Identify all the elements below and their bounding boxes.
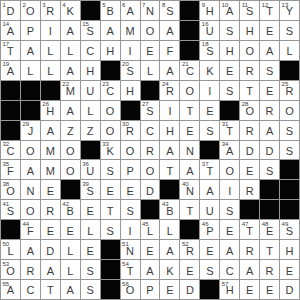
grid-cell-r1c8[interactable]: 7N bbox=[141, 1, 160, 20]
grid-cell-r15c15[interactable]: D bbox=[280, 280, 299, 299]
clue-number: 49 bbox=[282, 221, 289, 227]
grid-cell-r3c5[interactable]: C bbox=[81, 41, 100, 60]
cell-letter: E bbox=[206, 106, 213, 120]
cell-letter: A bbox=[47, 266, 54, 280]
cell-letter: U bbox=[86, 166, 94, 180]
cell-letter: L bbox=[47, 46, 53, 60]
grid-cell-r9c10[interactable]: A bbox=[180, 160, 199, 179]
cell-letter: H bbox=[126, 86, 134, 100]
grid-cell-r5c5[interactable]: U bbox=[81, 81, 100, 100]
grid-cell-r15c10[interactable]: D bbox=[180, 280, 199, 299]
grid-cell-r12c7[interactable]: I bbox=[121, 220, 140, 239]
grid-cell-r14c8[interactable]: A bbox=[141, 260, 160, 279]
cell-letter: I bbox=[129, 226, 132, 240]
cell-letter: L bbox=[87, 106, 93, 120]
grid-cell-r13c14[interactable]: T bbox=[260, 240, 279, 259]
grid-cell-r8c13[interactable]: D bbox=[240, 141, 259, 160]
cell-letter: C bbox=[6, 146, 14, 160]
grid-cell-r2c13[interactable]: H bbox=[240, 21, 259, 40]
cell-letter: C bbox=[26, 285, 34, 299]
grid-cell-r3c11[interactable]: 18S bbox=[200, 41, 219, 60]
grid-cell-r12c3[interactable]: E bbox=[41, 220, 60, 239]
grid-cell-r4c2[interactable]: L bbox=[21, 61, 40, 80]
grid-cell-r7c7[interactable]: 30R bbox=[121, 121, 140, 140]
black-cell bbox=[121, 101, 140, 120]
clue-number: 50 bbox=[3, 241, 10, 247]
cell-letter: E bbox=[87, 246, 94, 260]
cell-letter: L bbox=[67, 46, 73, 60]
grid-cell-r6c15[interactable]: O bbox=[280, 101, 299, 120]
grid-cell-r5c6[interactable]: 23C bbox=[101, 81, 120, 100]
grid-cell-r12c6[interactable]: S bbox=[101, 220, 120, 239]
grid-cell-r12c4[interactable]: E bbox=[61, 220, 80, 239]
grid-cell-r7c8[interactable]: C bbox=[141, 121, 160, 140]
grid-cell-r10c1[interactable]: 38O bbox=[1, 180, 20, 199]
grid-cell-r3c9[interactable]: F bbox=[160, 41, 179, 60]
grid-cell-r9c9[interactable]: T bbox=[160, 160, 179, 179]
grid-cell-r3c4[interactable]: L bbox=[61, 41, 80, 60]
grid-cell-r2c1[interactable]: 14A bbox=[1, 21, 20, 40]
grid-cell-r6c5[interactable]: L bbox=[81, 101, 100, 120]
grid-cell-r2c11[interactable]: 16U bbox=[200, 21, 219, 40]
grid-cell-r14c5[interactable]: S bbox=[81, 260, 100, 279]
cell-letter: S bbox=[166, 6, 173, 20]
clue-number: 15 bbox=[82, 21, 89, 27]
cell-letter: D bbox=[186, 285, 194, 299]
grid-cell-r14c7[interactable]: 54T bbox=[121, 260, 140, 279]
grid-cell-r8c10[interactable]: N bbox=[180, 141, 199, 160]
grid-cell-r14c15[interactable]: E bbox=[280, 260, 299, 279]
grid-cell-r9c11[interactable]: 37T bbox=[200, 160, 219, 179]
crossword-grid: 1D2O3R4K5B6A7N8S9H10A11S12T13Y14APIA15SA… bbox=[0, 0, 300, 300]
grid-cell-r9c7[interactable]: P bbox=[121, 160, 140, 179]
grid-cell-r1c11[interactable]: 9H bbox=[200, 1, 219, 20]
cell-letter: T bbox=[47, 285, 54, 299]
grid-cell-r9c3[interactable]: M bbox=[41, 160, 60, 179]
clue-number: 56 bbox=[122, 281, 129, 287]
grid-cell-r13c12[interactable]: A bbox=[220, 240, 239, 259]
grid-cell-r3c12[interactable]: H bbox=[220, 41, 239, 60]
grid-cell-r6c4[interactable]: A bbox=[61, 101, 80, 120]
cell-letter: A bbox=[27, 246, 34, 260]
grid-cell-r8c8[interactable]: R bbox=[141, 141, 160, 160]
clue-number: 52 bbox=[182, 241, 189, 247]
grid-cell-r8c7[interactable]: O bbox=[121, 141, 140, 160]
grid-cell-r2c15[interactable]: S bbox=[280, 21, 299, 40]
grid-cell-r5c9[interactable]: 24R bbox=[160, 81, 179, 100]
grid-cell-r3c6[interactable]: H bbox=[101, 41, 120, 60]
grid-cell-r13c13[interactable]: R bbox=[240, 240, 259, 259]
grid-cell-r1c12[interactable]: 10A bbox=[220, 1, 239, 20]
grid-cell-r15c3[interactable]: T bbox=[41, 280, 60, 299]
cell-letter: L bbox=[27, 66, 33, 80]
cell-letter: A bbox=[67, 285, 74, 299]
grid-cell-r11c9[interactable]: 43B bbox=[160, 200, 179, 219]
grid-cell-r4c3[interactable]: L bbox=[41, 61, 60, 80]
grid-cell-r1c1[interactable]: 1D bbox=[1, 1, 20, 20]
cell-letter: E bbox=[226, 226, 233, 240]
grid-cell-r13c10[interactable]: 52R bbox=[180, 240, 199, 259]
grid-cell-r3c7[interactable]: I bbox=[121, 41, 140, 60]
cell-letter: F bbox=[7, 166, 14, 180]
cell-letter: U bbox=[206, 206, 214, 220]
grid-cell-r6c8[interactable]: 27S bbox=[141, 101, 160, 120]
grid-cell-r10c2[interactable]: N bbox=[21, 180, 40, 199]
grid-cell-r1c14[interactable]: 12T bbox=[260, 1, 279, 20]
grid-cell-r9c1[interactable]: 35F bbox=[1, 160, 20, 179]
grid-cell-r3c14[interactable]: A bbox=[260, 41, 279, 60]
cell-letter: R bbox=[186, 246, 194, 260]
grid-cell-r14c14[interactable]: R bbox=[260, 260, 279, 279]
grid-cell-r10c3[interactable]: E bbox=[41, 180, 60, 199]
grid-cell-r8c4[interactable]: O bbox=[61, 141, 80, 160]
grid-cell-r2c9[interactable]: A bbox=[160, 21, 179, 40]
cell-letter: S bbox=[146, 106, 153, 120]
cell-letter: R bbox=[246, 66, 254, 80]
cell-letter: U bbox=[86, 86, 94, 100]
grid-cell-r12c2[interactable]: 44F bbox=[21, 220, 40, 239]
cell-letter: L bbox=[7, 246, 13, 260]
cell-letter: M bbox=[46, 166, 55, 180]
grid-cell-r10c5[interactable]: 39S bbox=[81, 180, 100, 199]
cell-letter: S bbox=[106, 166, 113, 180]
cell-letter: O bbox=[66, 166, 75, 180]
grid-cell-r5c12[interactable]: S bbox=[220, 81, 239, 100]
grid-cell-r2c3[interactable]: I bbox=[41, 21, 60, 40]
cell-letter: T bbox=[266, 6, 273, 20]
cell-letter: N bbox=[186, 186, 194, 200]
clue-number: 28 bbox=[242, 101, 249, 107]
grid-cell-r1c6[interactable]: 5B bbox=[101, 1, 120, 20]
grid-cell-r5c13[interactable]: T bbox=[240, 81, 259, 100]
grid-cell-r14c12[interactable]: C bbox=[220, 260, 239, 279]
cell-letter: A bbox=[226, 246, 233, 260]
grid-cell-r9c14[interactable]: S bbox=[260, 160, 279, 179]
cell-letter: O bbox=[146, 166, 155, 180]
grid-cell-r9c12[interactable]: O bbox=[220, 160, 239, 179]
grid-cell-r11c12[interactable]: S bbox=[220, 200, 239, 219]
grid-cell-r1c13[interactable]: 11S bbox=[240, 1, 259, 20]
grid-cell-r9c4[interactable]: O bbox=[61, 160, 80, 179]
grid-cell-r6c10[interactable]: T bbox=[180, 101, 199, 120]
clue-number: 57 bbox=[222, 281, 229, 287]
cell-letter: E bbox=[47, 226, 54, 240]
grid-cell-r13c3[interactable]: D bbox=[41, 240, 60, 259]
cell-letter: H bbox=[226, 46, 234, 60]
clue-number: 19 bbox=[3, 61, 10, 67]
cell-letter: B bbox=[166, 206, 173, 220]
cell-letter: Z bbox=[87, 126, 94, 140]
clue-number: 2 bbox=[22, 2, 25, 8]
clue-number: 45 bbox=[142, 221, 149, 227]
grid-cell-r13c7[interactable]: 51N bbox=[121, 240, 140, 259]
clue-number: 29 bbox=[22, 121, 29, 127]
grid-cell-r6c13[interactable]: 28O bbox=[240, 101, 259, 120]
grid-cell-r15c5[interactable]: S bbox=[81, 280, 100, 299]
clue-number: 54 bbox=[122, 261, 129, 267]
black-cell bbox=[141, 200, 160, 219]
cell-letter: O bbox=[146, 26, 155, 40]
cell-letter: C bbox=[106, 86, 114, 100]
cell-letter: A bbox=[27, 46, 34, 60]
cell-letter: P bbox=[126, 166, 133, 180]
grid-cell-r14c13[interactable]: A bbox=[240, 260, 259, 279]
grid-cell-r2c4[interactable]: A bbox=[61, 21, 80, 40]
grid-cell-r7c11[interactable]: S bbox=[200, 121, 219, 140]
grid-cell-r4c9[interactable]: A bbox=[160, 61, 179, 80]
grid-cell-r2c14[interactable]: E bbox=[260, 21, 279, 40]
grid-cell-r2c7[interactable]: M bbox=[121, 21, 140, 40]
grid-cell-r2c12[interactable]: S bbox=[220, 21, 239, 40]
grid-cell-r1c15[interactable]: 13Y bbox=[280, 1, 299, 20]
cell-letter: S bbox=[286, 226, 293, 240]
grid-cell-r12c5[interactable]: L bbox=[81, 220, 100, 239]
cell-letter: A bbox=[7, 26, 14, 40]
cell-letter: S bbox=[206, 46, 213, 60]
grid-cell-r3c1[interactable]: 17T bbox=[1, 41, 20, 60]
grid-cell-r4c11[interactable]: K bbox=[200, 61, 219, 80]
grid-cell-r10c6[interactable]: E bbox=[101, 180, 120, 199]
grid-cell-r4c5[interactable]: H bbox=[81, 61, 100, 80]
grid-cell-r14c3[interactable]: A bbox=[41, 260, 60, 279]
grid-cell-r6c9[interactable]: I bbox=[160, 101, 179, 120]
cell-letter: T bbox=[127, 266, 134, 280]
grid-cell-r6c3[interactable]: 26H bbox=[41, 101, 60, 120]
grid-cell-r8c14[interactable]: D bbox=[260, 141, 279, 160]
grid-cell-r14c11[interactable]: S bbox=[200, 260, 219, 279]
grid-cell-r11c3[interactable]: R bbox=[41, 200, 60, 219]
grid-cell-r14c10[interactable]: E bbox=[180, 260, 199, 279]
grid-cell-r7c4[interactable]: Z bbox=[61, 121, 80, 140]
grid-cell-r15c12[interactable]: 57H bbox=[220, 280, 239, 299]
grid-cell-r15c4[interactable]: A bbox=[61, 280, 80, 299]
cell-letter: E bbox=[47, 186, 54, 200]
grid-cell-r12c15[interactable]: 49S bbox=[280, 220, 299, 239]
grid-cell-r6c6[interactable]: O bbox=[101, 101, 120, 120]
grid-cell-r12c8[interactable]: 45L bbox=[141, 220, 160, 239]
cell-letter: J bbox=[28, 126, 34, 140]
grid-cell-r9c8[interactable]: O bbox=[141, 160, 160, 179]
black-cell bbox=[1, 101, 20, 120]
grid-cell-r4c10[interactable]: 21C bbox=[180, 61, 199, 80]
cell-letter: S bbox=[286, 146, 293, 160]
grid-cell-r2c2[interactable]: P bbox=[21, 21, 40, 40]
grid-cell-r15c1[interactable]: 55A bbox=[1, 280, 20, 299]
cell-letter: S bbox=[87, 186, 94, 200]
grid-cell-r15c14[interactable]: E bbox=[260, 280, 279, 299]
grid-cell-r14c4[interactable]: L bbox=[61, 260, 80, 279]
grid-cell-r10c13[interactable]: R bbox=[240, 180, 259, 199]
grid-cell-r13c1[interactable]: 50L bbox=[1, 240, 20, 259]
grid-cell-r13c11[interactable]: E bbox=[200, 240, 219, 259]
cell-letter: E bbox=[87, 206, 94, 220]
grid-cell-r15c9[interactable]: E bbox=[160, 280, 179, 299]
grid-cell-r10c8[interactable]: D bbox=[141, 180, 160, 199]
grid-cell-r13c5[interactable]: E bbox=[81, 240, 100, 259]
grid-cell-r4c12[interactable]: E bbox=[220, 61, 239, 80]
grid-cell-r1c3[interactable]: 3R bbox=[41, 1, 60, 20]
clue-number: 25 bbox=[282, 81, 289, 87]
grid-cell-r2c6[interactable]: A bbox=[101, 21, 120, 40]
grid-cell-r3c3[interactable]: L bbox=[41, 41, 60, 60]
grid-cell-r5c7[interactable]: H bbox=[121, 81, 140, 100]
grid-cell-r13c4[interactable]: L bbox=[61, 240, 80, 259]
clue-number: 39 bbox=[82, 181, 89, 187]
grid-cell-r4c8[interactable]: L bbox=[141, 61, 160, 80]
grid-cell-r8c12[interactable]: 34A bbox=[220, 141, 239, 160]
grid-cell-r13c8[interactable]: E bbox=[141, 240, 160, 259]
cell-letter: H bbox=[166, 126, 174, 140]
grid-cell-r14c2[interactable]: R bbox=[21, 260, 40, 279]
grid-cell-r11c11[interactable]: U bbox=[200, 200, 219, 219]
grid-cell-r1c2[interactable]: 2O bbox=[21, 1, 40, 20]
grid-cell-r10c7[interactable]: E bbox=[121, 180, 140, 199]
grid-cell-r7c3[interactable]: A bbox=[41, 121, 60, 140]
grid-cell-r13c2[interactable]: A bbox=[21, 240, 40, 259]
grid-cell-r2c5[interactable]: 15S bbox=[81, 21, 100, 40]
grid-cell-r8c6[interactable]: 33K bbox=[101, 141, 120, 160]
cell-letter: M bbox=[125, 26, 134, 40]
clue-number: 1 bbox=[3, 2, 6, 8]
grid-cell-r7c2[interactable]: 29J bbox=[21, 121, 40, 140]
grid-cell-r11c5[interactable]: E bbox=[81, 200, 100, 219]
grid-cell-r6c11[interactable]: E bbox=[200, 101, 219, 120]
grid-cell-r9c2[interactable]: A bbox=[21, 160, 40, 179]
cell-letter: N bbox=[26, 186, 34, 200]
grid-cell-r5c11[interactable]: I bbox=[200, 81, 219, 100]
grid-cell-r15c2[interactable]: C bbox=[21, 280, 40, 299]
grid-cell-r7c5[interactable]: Z bbox=[81, 121, 100, 140]
cell-letter: E bbox=[166, 285, 173, 299]
grid-cell-r1c9[interactable]: 8S bbox=[160, 1, 179, 20]
clue-number: 13 bbox=[282, 2, 289, 8]
cell-letter: O bbox=[186, 86, 195, 100]
grid-cell-r13c9[interactable]: A bbox=[160, 240, 179, 259]
clue-number: 46 bbox=[202, 221, 209, 227]
grid-cell-r11c2[interactable]: O bbox=[21, 200, 40, 219]
black-cell bbox=[180, 1, 199, 20]
grid-cell-r9c13[interactable]: E bbox=[240, 160, 259, 179]
cell-letter: I bbox=[129, 46, 132, 60]
cell-letter: P bbox=[206, 226, 213, 240]
cell-letter: O bbox=[26, 146, 35, 160]
grid-cell-r8c3[interactable]: M bbox=[41, 141, 60, 160]
cell-letter: A bbox=[146, 266, 153, 280]
cell-letter: H bbox=[206, 6, 214, 20]
cell-letter: S bbox=[246, 6, 253, 20]
grid-cell-r12c9[interactable]: L bbox=[160, 220, 179, 239]
grid-cell-r3c2[interactable]: A bbox=[21, 41, 40, 60]
clue-number: 16 bbox=[202, 21, 209, 27]
grid-cell-r4c14[interactable]: S bbox=[260, 61, 279, 80]
grid-cell-r1c4[interactable]: 4K bbox=[61, 1, 80, 20]
cell-letter: A bbox=[166, 146, 173, 160]
clue-number: 37 bbox=[202, 161, 209, 167]
cell-letter: O bbox=[285, 106, 294, 120]
grid-cell-r4c13[interactable]: R bbox=[240, 61, 259, 80]
cell-letter: C bbox=[226, 266, 234, 280]
grid-cell-r8c15[interactable]: S bbox=[280, 141, 299, 160]
cell-letter: C bbox=[146, 126, 154, 140]
grid-cell-r11c4[interactable]: 42B bbox=[61, 200, 80, 219]
grid-cell-r15c7[interactable]: 56O bbox=[121, 280, 140, 299]
cell-letter: R bbox=[286, 86, 294, 100]
grid-cell-r5c15[interactable]: 25R bbox=[280, 81, 299, 100]
grid-cell-r7c15[interactable]: S bbox=[280, 121, 299, 140]
grid-cell-r3c15[interactable]: L bbox=[280, 41, 299, 60]
grid-cell-r11c7[interactable]: S bbox=[121, 200, 140, 219]
grid-cell-r4c4[interactable]: A bbox=[61, 61, 80, 80]
grid-cell-r9c6[interactable]: S bbox=[101, 160, 120, 179]
grid-cell-r7c13[interactable]: R bbox=[240, 121, 259, 140]
clue-number: 26 bbox=[42, 101, 49, 107]
grid-cell-r7c9[interactable]: H bbox=[160, 121, 179, 140]
cell-letter: A bbox=[106, 26, 113, 40]
grid-cell-r3c8[interactable]: E bbox=[141, 41, 160, 60]
grid-cell-r10c10[interactable]: 40N bbox=[180, 180, 199, 199]
grid-cell-r4c7[interactable]: 20S bbox=[121, 61, 140, 80]
grid-cell-r12c12[interactable]: E bbox=[220, 220, 239, 239]
cell-letter: L bbox=[87, 226, 93, 240]
grid-cell-r12c13[interactable]: 47T bbox=[240, 220, 259, 239]
grid-cell-r14c9[interactable]: K bbox=[160, 260, 179, 279]
cell-letter: M bbox=[66, 86, 75, 100]
clue-number: 47 bbox=[242, 221, 249, 227]
cell-letter: F bbox=[27, 226, 34, 240]
grid-cell-r11c10[interactable]: T bbox=[180, 200, 199, 219]
grid-cell-r8c2[interactable]: O bbox=[21, 141, 40, 160]
clue-number: 22 bbox=[62, 81, 69, 87]
clue-number: 34 bbox=[222, 141, 229, 147]
grid-cell-r14c1[interactable]: 53O bbox=[1, 260, 20, 279]
cell-letter: A bbox=[206, 186, 213, 200]
grid-cell-r10c12[interactable]: I bbox=[220, 180, 239, 199]
grid-cell-r7c12[interactable]: 31T bbox=[220, 121, 239, 140]
grid-cell-r3c13[interactable]: O bbox=[240, 41, 259, 60]
cell-letter: I bbox=[228, 186, 231, 200]
black-cell bbox=[141, 81, 160, 100]
grid-cell-r1c7[interactable]: 6A bbox=[121, 1, 140, 20]
grid-cell-r2c8[interactable]: O bbox=[141, 21, 160, 40]
grid-cell-r7c14[interactable]: A bbox=[260, 121, 279, 140]
cell-letter: D bbox=[46, 246, 54, 260]
grid-cell-r9c5[interactable]: 36U bbox=[81, 160, 100, 179]
cell-letter: O bbox=[245, 46, 254, 60]
grid-cell-r15c13[interactable]: E bbox=[240, 280, 259, 299]
grid-cell-r12c14[interactable]: 48E bbox=[260, 220, 279, 239]
grid-cell-r6c14[interactable]: R bbox=[260, 101, 279, 120]
grid-cell-r13c15[interactable]: H bbox=[280, 240, 299, 259]
grid-cell-r7c10[interactable]: E bbox=[180, 121, 199, 140]
grid-cell-r11c1[interactable]: 41S bbox=[1, 200, 20, 219]
grid-cell-r5c4[interactable]: 22M bbox=[61, 81, 80, 100]
grid-cell-r8c9[interactable]: A bbox=[160, 141, 179, 160]
grid-cell-r11c6[interactable]: T bbox=[101, 200, 120, 219]
cell-letter: R bbox=[266, 106, 274, 120]
cell-letter: A bbox=[126, 6, 133, 20]
cell-letter: D bbox=[266, 146, 274, 160]
grid-cell-r4c1[interactable]: 19A bbox=[1, 61, 20, 80]
grid-cell-r8c1[interactable]: 32C bbox=[1, 141, 20, 160]
grid-cell-r7c6[interactable]: O bbox=[101, 121, 120, 140]
grid-cell-r10c11[interactable]: A bbox=[200, 180, 219, 199]
cell-letter: S bbox=[226, 206, 233, 220]
grid-cell-r5c10[interactable]: O bbox=[180, 81, 199, 100]
grid-cell-r15c8[interactable]: P bbox=[141, 280, 160, 299]
grid-cell-r12c11[interactable]: 46P bbox=[200, 220, 219, 239]
cell-letter: L bbox=[167, 226, 173, 240]
grid-cell-r5c14[interactable]: E bbox=[260, 81, 279, 100]
